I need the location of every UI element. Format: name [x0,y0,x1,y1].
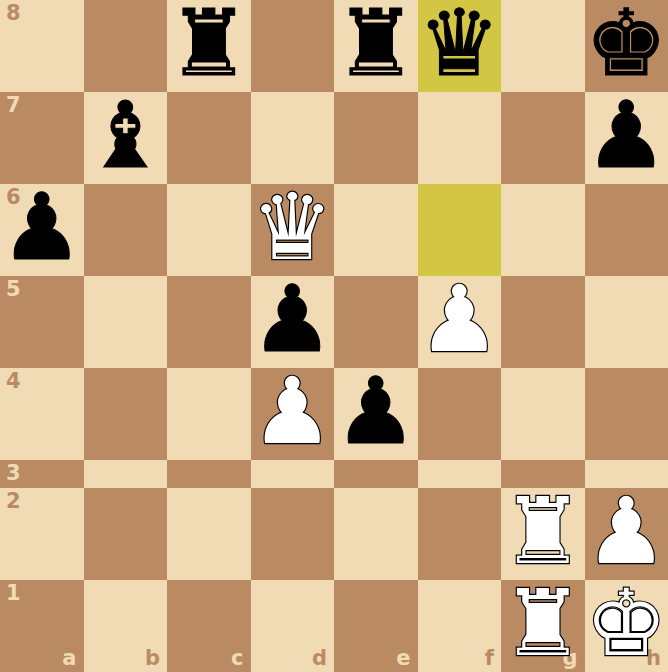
rank-label-4: 4 [6,371,21,392]
square-h1[interactable]: h♚ [585,580,668,672]
square-d2[interactable] [251,488,335,580]
piece-black-queen[interactable]: ♛ [418,0,500,90]
piece-black-pawn[interactable]: ♟ [1,182,83,274]
square-a6[interactable]: 6♟ [0,184,84,276]
square-d3[interactable] [251,460,335,488]
square-c1[interactable]: c [167,580,251,672]
square-f2[interactable] [418,488,502,580]
rank-label-8: 8 [6,3,21,24]
square-b7[interactable]: ♝ [84,92,168,184]
square-c2[interactable] [167,488,251,580]
rank-label-2: 2 [6,491,21,512]
square-g4[interactable] [501,368,585,460]
square-f7[interactable] [418,92,502,184]
piece-black-rook[interactable]: ♜ [168,0,250,90]
square-e7[interactable] [334,92,418,184]
piece-white-pawn[interactable]: ♟ [251,366,333,458]
square-c7[interactable] [167,92,251,184]
piece-white-rook[interactable]: ♜ [502,486,584,578]
square-b3[interactable] [84,460,168,488]
square-h7[interactable]: ♟ [585,92,668,184]
piece-white-queen[interactable]: ♛ [251,182,333,274]
square-b5[interactable] [84,276,168,368]
file-label-e: e [396,648,410,669]
square-b2[interactable] [84,488,168,580]
square-e3[interactable] [334,460,418,488]
piece-black-pawn[interactable]: ♟ [335,366,417,458]
square-d8[interactable] [251,0,335,92]
square-g7[interactable] [501,92,585,184]
square-h2[interactable]: ♟ [585,488,668,580]
square-e8[interactable]: ♜ [334,0,418,92]
piece-white-king[interactable]: ♚ [585,578,667,670]
square-e4[interactable]: ♟ [334,368,418,460]
square-a7[interactable]: 7 [0,92,84,184]
square-g1[interactable]: g♜ [501,580,585,672]
square-f8[interactable]: ♛ [418,0,502,92]
square-e2[interactable] [334,488,418,580]
square-a1[interactable]: 1a [0,580,84,672]
rank-label-7: 7 [6,95,21,116]
square-e6[interactable] [334,184,418,276]
square-a8[interactable]: 8 [0,0,84,92]
file-label-f: f [485,648,494,669]
piece-black-pawn[interactable]: ♟ [251,274,333,366]
rank-label-1: 1 [6,583,21,604]
rank-label-5: 5 [6,279,21,300]
piece-white-pawn[interactable]: ♟ [418,274,500,366]
square-b6[interactable] [84,184,168,276]
square-e5[interactable] [334,276,418,368]
square-f6[interactable] [418,184,502,276]
square-b1[interactable]: b [84,580,168,672]
square-h8[interactable]: ♚ [585,0,668,92]
rank-label-3: 3 [6,463,21,484]
square-d1[interactable]: d [251,580,335,672]
square-c8[interactable]: ♜ [167,0,251,92]
square-e1[interactable]: e [334,580,418,672]
chess-board: 8♜♜♛♚7♝♟6♟♛5♟♟4♟♟32♜♟1abcdefg♜h♚ [0,0,668,672]
square-h5[interactable] [585,276,668,368]
square-c4[interactable] [167,368,251,460]
square-b8[interactable] [84,0,168,92]
square-g6[interactable] [501,184,585,276]
piece-black-pawn[interactable]: ♟ [585,90,667,182]
square-a5[interactable]: 5 [0,276,84,368]
square-d6[interactable]: ♛ [251,184,335,276]
square-d7[interactable] [251,92,335,184]
piece-black-bishop[interactable]: ♝ [84,90,166,182]
square-a3[interactable]: 3 [0,460,84,488]
square-c6[interactable] [167,184,251,276]
square-f4[interactable] [418,368,502,460]
square-c3[interactable] [167,460,251,488]
square-a4[interactable]: 4 [0,368,84,460]
piece-black-rook[interactable]: ♜ [335,0,417,90]
piece-black-king[interactable]: ♚ [585,0,667,90]
file-label-c: c [231,648,243,669]
square-d5[interactable]: ♟ [251,276,335,368]
square-a2[interactable]: 2 [0,488,84,580]
square-g8[interactable] [501,0,585,92]
file-label-d: d [312,648,327,669]
file-label-a: a [62,648,76,669]
square-g2[interactable]: ♜ [501,488,585,580]
square-f5[interactable]: ♟ [418,276,502,368]
square-h4[interactable] [585,368,668,460]
square-g5[interactable] [501,276,585,368]
square-f3[interactable] [418,460,502,488]
square-f1[interactable]: f [418,580,502,672]
piece-white-rook[interactable]: ♜ [502,578,584,670]
piece-white-pawn[interactable]: ♟ [585,486,667,578]
square-c5[interactable] [167,276,251,368]
square-d4[interactable]: ♟ [251,368,335,460]
square-h6[interactable] [585,184,668,276]
square-b4[interactable] [84,368,168,460]
file-label-b: b [145,648,160,669]
